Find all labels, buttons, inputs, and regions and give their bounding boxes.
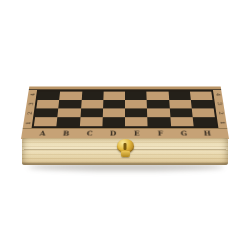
square-g4 <box>168 92 190 100</box>
file-label-f: F <box>148 131 172 137</box>
rank-label-2: 2 <box>217 112 223 115</box>
square-c2 <box>80 108 103 117</box>
square-e2 <box>125 108 147 117</box>
square-d4 <box>103 92 125 100</box>
file-label-e: E <box>125 131 149 137</box>
chess-box-product-photo: 4321 4321 ABCDEFGH <box>0 0 250 250</box>
square-a1 <box>34 117 58 126</box>
square-c1 <box>79 117 102 126</box>
clasp-hasp <box>121 151 130 157</box>
square-e1 <box>125 117 148 126</box>
square-a3 <box>36 100 59 109</box>
square-b4 <box>59 92 81 100</box>
rank-label-3: 3 <box>216 102 222 105</box>
square-g2 <box>169 108 192 117</box>
rank-label-4: 4 <box>215 93 221 96</box>
box-lid-board-surface: 4321 4321 ABCDEFGH <box>21 86 229 139</box>
checkerboard <box>34 92 216 127</box>
brass-clasp-icon <box>114 139 136 159</box>
square-f4 <box>147 92 169 100</box>
file-label-d: D <box>101 131 125 137</box>
square-e4 <box>125 92 147 100</box>
box-bottom-edge <box>22 163 228 165</box>
square-c4 <box>81 92 103 100</box>
square-a4 <box>38 92 61 100</box>
box-front-face <box>22 138 228 165</box>
rank-label-3: 3 <box>28 102 34 105</box>
file-label-h: H <box>195 131 219 137</box>
square-g1 <box>170 117 193 126</box>
square-d2 <box>103 108 125 117</box>
square-b2 <box>58 108 81 117</box>
square-c3 <box>81 100 103 109</box>
file-label-g: G <box>172 131 196 137</box>
clasp-keyhole <box>124 143 127 150</box>
rank-label-1: 1 <box>219 121 225 124</box>
rank-label-2: 2 <box>26 112 32 115</box>
square-h4 <box>190 92 213 100</box>
square-b1 <box>57 117 80 126</box>
file-label-a: A <box>30 131 54 137</box>
square-h1 <box>192 117 216 126</box>
square-e3 <box>125 100 147 109</box>
rank-label-4: 4 <box>29 93 35 96</box>
file-label-b: B <box>54 131 78 137</box>
square-a2 <box>35 108 58 117</box>
folded-chess-box: 4321 4321 ABCDEFGH <box>21 73 229 165</box>
square-b3 <box>58 100 81 109</box>
file-label-c: C <box>78 131 102 137</box>
square-h2 <box>192 108 215 117</box>
square-h3 <box>191 100 214 109</box>
rank-label-1: 1 <box>25 121 31 124</box>
square-d3 <box>103 100 125 109</box>
square-g3 <box>169 100 192 109</box>
square-f1 <box>147 117 170 126</box>
square-f2 <box>147 108 170 117</box>
board-frame <box>32 90 219 128</box>
square-d1 <box>102 117 125 126</box>
square-f3 <box>147 100 169 109</box>
